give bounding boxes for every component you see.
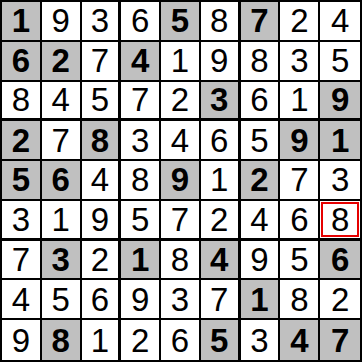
- cell-r6c2[interactable]: 1: [42, 201, 82, 241]
- cell-r5c1[interactable]: 5: [2, 161, 42, 201]
- cell-r9c3[interactable]: 1: [82, 320, 122, 360]
- cell-r2c1[interactable]: 6: [2, 42, 42, 82]
- cell-r4c4[interactable]: 3: [121, 121, 161, 161]
- cell-r3c8[interactable]: 1: [280, 82, 320, 122]
- cell-r5c6[interactable]: 1: [201, 161, 241, 201]
- cell-r6c4[interactable]: 5: [121, 201, 161, 241]
- cell-r9c1[interactable]: 9: [2, 320, 42, 360]
- cell-r2c8[interactable]: 3: [280, 42, 320, 82]
- cell-r7c3[interactable]: 2: [82, 241, 122, 281]
- cell-r6c8[interactable]: 6: [280, 201, 320, 241]
- cell-r9c6[interactable]: 5: [201, 320, 241, 360]
- cell-r4c3[interactable]: 8: [82, 121, 122, 161]
- cell-r1c9[interactable]: 4: [320, 2, 360, 42]
- cell-r2c6[interactable]: 9: [201, 42, 241, 82]
- cell-r3c5[interactable]: 2: [161, 82, 201, 122]
- cell-r4c8[interactable]: 9: [280, 121, 320, 161]
- cell-r3c2[interactable]: 4: [42, 82, 82, 122]
- cell-r1c1[interactable]: 1: [2, 2, 42, 42]
- cell-r3c1[interactable]: 8: [2, 82, 42, 122]
- cell-r4c7[interactable]: 5: [241, 121, 281, 161]
- cell-r3c3[interactable]: 5: [82, 82, 122, 122]
- cell-r3c7[interactable]: 6: [241, 82, 281, 122]
- cell-r8c6[interactable]: 7: [201, 280, 241, 320]
- cell-r2c2[interactable]: 2: [42, 42, 82, 82]
- cell-r9c5[interactable]: 6: [161, 320, 201, 360]
- cell-r9c7[interactable]: 3: [241, 320, 281, 360]
- cell-r2c9[interactable]: 5: [320, 42, 360, 82]
- cell-r9c9[interactable]: 7: [320, 320, 360, 360]
- cell-r8c2[interactable]: 5: [42, 280, 82, 320]
- cell-r5c2[interactable]: 6: [42, 161, 82, 201]
- cell-r8c7[interactable]: 1: [241, 280, 281, 320]
- cell-r7c4[interactable]: 1: [121, 241, 161, 281]
- cell-r5c8[interactable]: 7: [280, 161, 320, 201]
- cell-r4c9[interactable]: 1: [320, 121, 360, 161]
- cell-r6c1[interactable]: 3: [2, 201, 42, 241]
- cell-r7c8[interactable]: 5: [280, 241, 320, 281]
- cell-r5c7[interactable]: 2: [241, 161, 281, 201]
- cell-r7c2[interactable]: 3: [42, 241, 82, 281]
- cell-r1c4[interactable]: 6: [121, 2, 161, 42]
- cell-r4c5[interactable]: 4: [161, 121, 201, 161]
- cell-r2c4[interactable]: 4: [121, 42, 161, 82]
- cell-r6c5[interactable]: 7: [161, 201, 201, 241]
- cell-r8c5[interactable]: 3: [161, 280, 201, 320]
- cell-r8c3[interactable]: 6: [82, 280, 122, 320]
- cell-r7c9[interactable]: 6: [320, 241, 360, 281]
- cell-r1c6[interactable]: 8: [201, 2, 241, 42]
- cell-r1c7[interactable]: 7: [241, 2, 281, 42]
- cell-r4c1[interactable]: 2: [2, 121, 42, 161]
- cell-r8c1[interactable]: 4: [2, 280, 42, 320]
- cell-r1c3[interactable]: 3: [82, 2, 122, 42]
- cell-r8c8[interactable]: 8: [280, 280, 320, 320]
- cell-r5c5[interactable]: 9: [161, 161, 201, 201]
- cell-r6c9[interactable]: 8: [320, 201, 360, 241]
- cell-r6c6[interactable]: 2: [201, 201, 241, 241]
- cell-r4c2[interactable]: 7: [42, 121, 82, 161]
- cell-r4c6[interactable]: 6: [201, 121, 241, 161]
- cell-r7c5[interactable]: 8: [161, 241, 201, 281]
- cell-r7c6[interactable]: 4: [201, 241, 241, 281]
- cell-r6c7[interactable]: 4: [241, 201, 281, 241]
- sudoku-board: 1936587246274198358457236192783465915648…: [0, 0, 362, 362]
- cell-r2c7[interactable]: 8: [241, 42, 281, 82]
- cell-r7c7[interactable]: 9: [241, 241, 281, 281]
- cell-r5c3[interactable]: 4: [82, 161, 122, 201]
- cell-r2c5[interactable]: 1: [161, 42, 201, 82]
- cell-r3c4[interactable]: 7: [121, 82, 161, 122]
- cell-r5c4[interactable]: 8: [121, 161, 161, 201]
- cell-r9c8[interactable]: 4: [280, 320, 320, 360]
- cell-r7c1[interactable]: 7: [2, 241, 42, 281]
- cell-r8c4[interactable]: 9: [121, 280, 161, 320]
- cell-r9c4[interactable]: 2: [121, 320, 161, 360]
- cell-r8c9[interactable]: 2: [320, 280, 360, 320]
- cell-r1c8[interactable]: 2: [280, 2, 320, 42]
- cell-r3c9[interactable]: 9: [320, 82, 360, 122]
- cell-r3c6[interactable]: 3: [201, 82, 241, 122]
- cell-r1c5[interactable]: 5: [161, 2, 201, 42]
- cell-r1c2[interactable]: 9: [42, 2, 82, 42]
- cell-r2c3[interactable]: 7: [82, 42, 122, 82]
- cell-r6c3[interactable]: 9: [82, 201, 122, 241]
- cell-r5c9[interactable]: 3: [320, 161, 360, 201]
- cell-r9c2[interactable]: 8: [42, 320, 82, 360]
